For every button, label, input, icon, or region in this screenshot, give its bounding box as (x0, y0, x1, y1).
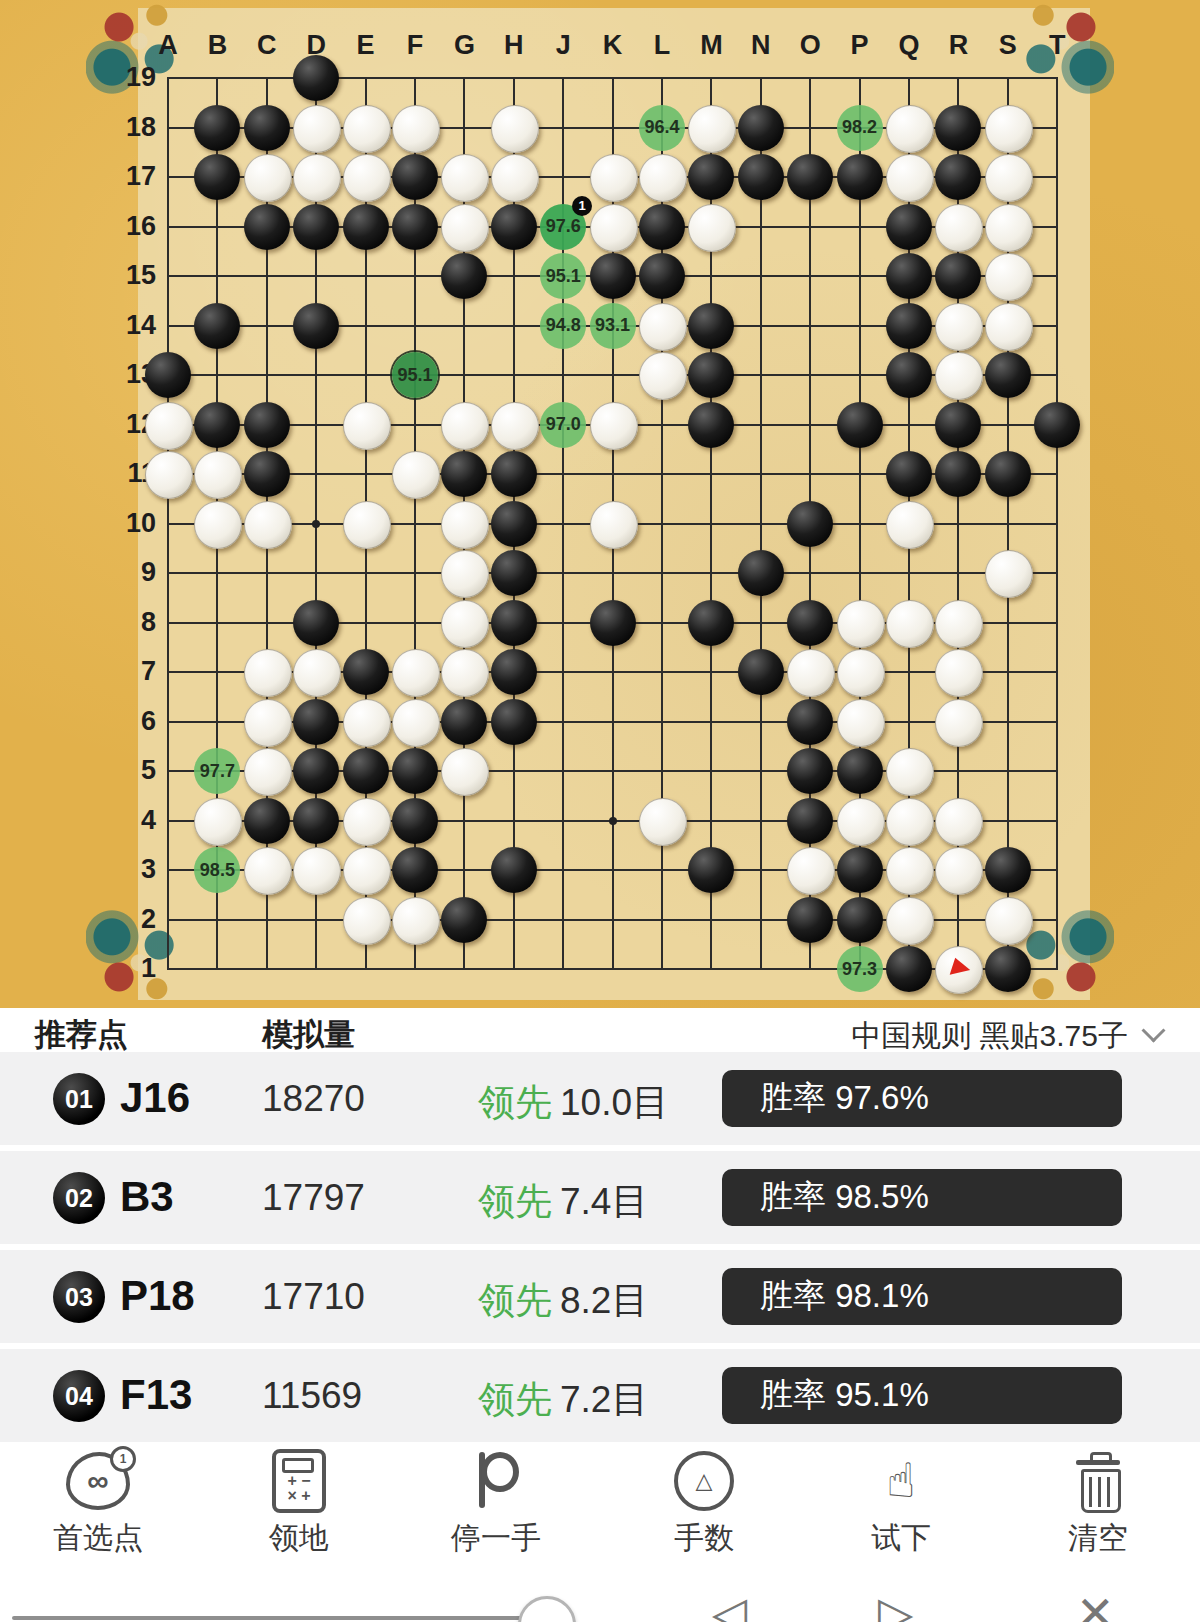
column-label: E (350, 30, 382, 61)
white-stone-C6[interactable] (244, 699, 292, 747)
black-stone-Q16[interactable] (886, 204, 932, 250)
white-stone-D7[interactable] (293, 649, 341, 697)
close-icon[interactable]: ✕ (1076, 1586, 1115, 1622)
white-stone-A12[interactable] (145, 402, 193, 450)
black-stone-F16[interactable] (392, 204, 438, 250)
black-stone-F17[interactable] (392, 154, 438, 200)
white-stone-H12[interactable] (491, 402, 539, 450)
move-label: P18 (120, 1272, 195, 1320)
black-stone-L15[interactable] (639, 253, 685, 299)
black-stone-S3[interactable] (985, 847, 1031, 893)
suggestion-P1[interactable]: 97.3 (837, 946, 883, 992)
white-stone-Q3[interactable] (886, 847, 934, 895)
black-stone-M14[interactable] (688, 303, 734, 349)
column-label: A (152, 30, 184, 61)
white-stone-S18[interactable] (985, 105, 1033, 153)
white-stone-G10[interactable] (441, 501, 489, 549)
toolbar-label: 清空 (1018, 1518, 1178, 1559)
toolbar-label: 首选点 (18, 1518, 178, 1559)
white-stone-S17[interactable] (985, 154, 1033, 202)
row-label: 10 (110, 508, 156, 539)
black-stone-M12[interactable] (688, 402, 734, 448)
black-stone-O8[interactable] (787, 600, 833, 646)
white-stone-R4[interactable] (935, 798, 983, 846)
winrate-bar: 胜率 95.1% (722, 1367, 1122, 1424)
black-stone-P17[interactable] (837, 154, 883, 200)
black-stone-Q1[interactable] (886, 946, 932, 992)
white-stone-E12[interactable] (343, 402, 391, 450)
white-stone-P7[interactable] (837, 649, 885, 697)
row-label: 16 (110, 211, 156, 242)
clear-icon (1076, 1452, 1120, 1510)
black-stone-P2[interactable] (837, 897, 883, 943)
lead-label: 领先 (478, 1375, 552, 1425)
lead-label: 领先 (478, 1276, 552, 1326)
column-label: L (646, 30, 678, 61)
white-stone-K10[interactable] (590, 501, 638, 549)
move-label: J16 (120, 1074, 190, 1122)
white-stone-P4[interactable] (837, 798, 885, 846)
white-stone-E4[interactable] (343, 798, 391, 846)
suggestion-F13[interactable]: 95.1 (392, 352, 438, 398)
black-stone-M8[interactable] (688, 600, 734, 646)
white-stone-E6[interactable] (343, 699, 391, 747)
winrate-bar: 胜率 98.5% (722, 1169, 1122, 1226)
black-stone-L16[interactable] (639, 204, 685, 250)
corner-ornament-top-left (86, 0, 204, 112)
suggestion-P18[interactable]: 98.2 (837, 105, 883, 151)
move-label: B3 (120, 1173, 174, 1221)
rules-selector[interactable]: 中国规则 黑贴3.75子 (851, 1016, 1128, 1057)
rank-1-badge: 1 (572, 196, 592, 216)
black-stone-F3[interactable] (392, 847, 438, 893)
winrate-text: 胜率 95.1% (760, 1373, 929, 1418)
column-header-move: 推荐点 (35, 1014, 128, 1056)
white-stone-S16[interactable] (985, 204, 1033, 252)
black-stone-P5[interactable] (837, 748, 883, 794)
winrate-text: 胜率 98.5% (760, 1175, 929, 1220)
move-label: F13 (120, 1371, 192, 1419)
white-stone-O3[interactable] (787, 847, 835, 895)
row-label: 17 (110, 161, 156, 192)
column-label: C (251, 30, 283, 61)
go-board[interactable]: ABCDEFGHJKLMNOPQRST191817161514131211109… (0, 0, 1200, 1008)
white-stone-Q8[interactable] (886, 600, 934, 648)
black-stone-P3[interactable] (837, 847, 883, 893)
white-stone-P8[interactable] (837, 600, 885, 648)
black-stone-H16[interactable] (491, 204, 537, 250)
chevron-down-icon[interactable] (1141, 1018, 1165, 1042)
white-stone-S9[interactable] (985, 550, 1033, 598)
star-point (312, 520, 320, 528)
black-stone-O17[interactable] (787, 154, 833, 200)
black-stone-G6[interactable] (441, 699, 487, 745)
white-stone-G16[interactable] (441, 204, 489, 252)
white-stone-R16[interactable] (935, 204, 983, 252)
black-stone-D6[interactable] (293, 699, 339, 745)
white-stone-R14[interactable] (935, 303, 983, 351)
black-stone-C16[interactable] (244, 204, 290, 250)
black-stone-Q11[interactable] (886, 451, 932, 497)
white-stone-Q18[interactable] (886, 105, 934, 153)
column-label: F (399, 30, 431, 61)
toolbar-label: 停一手 (416, 1518, 576, 1559)
suggestion-K14[interactable]: 93.1 (590, 303, 636, 349)
black-stone-O4[interactable] (787, 798, 833, 844)
black-stone-E7[interactable] (343, 649, 389, 695)
row-label: 15 (110, 260, 156, 291)
white-stone-R8[interactable] (935, 600, 983, 648)
white-stone-B10[interactable] (194, 501, 242, 549)
rank-badge: 03 (53, 1271, 105, 1323)
column-label: P (844, 30, 876, 61)
white-stone-F2[interactable] (392, 897, 440, 945)
suggestion-J16[interactable]: 97.61 (540, 204, 586, 250)
black-stone-D16[interactable] (293, 204, 339, 250)
black-stone-C12[interactable] (244, 402, 290, 448)
row-label: 6 (110, 706, 156, 737)
row-label: 8 (110, 607, 156, 638)
move-number-icon: △ (674, 1451, 734, 1511)
white-stone-L17[interactable] (639, 154, 687, 202)
column-label: Q (893, 30, 925, 61)
black-stone-P12[interactable] (837, 402, 883, 448)
lead-value: 7.2目 (560, 1375, 648, 1425)
black-stone-R12[interactable] (935, 402, 981, 448)
white-stone-E18[interactable] (343, 105, 391, 153)
white-stone-H17[interactable] (491, 154, 539, 202)
progress-knob[interactable] (518, 1596, 576, 1622)
suggestion-J14[interactable]: 94.8 (540, 303, 586, 349)
white-stone-S14[interactable] (985, 303, 1033, 351)
toolbar-label: 试下 (821, 1518, 981, 1559)
row-label: 19 (110, 62, 156, 93)
toolbar-label: 领地 (219, 1518, 379, 1559)
white-stone-H18[interactable] (491, 105, 539, 153)
territory-calculator-icon: + −× + (272, 1449, 326, 1513)
winrate-bar: 胜率 98.1% (722, 1268, 1122, 1325)
white-stone-E17[interactable] (343, 154, 391, 202)
white-stone-K17[interactable] (590, 154, 638, 202)
black-stone-K15[interactable] (590, 253, 636, 299)
black-stone-F4[interactable] (392, 798, 438, 844)
grid-line (760, 77, 762, 970)
white-stone-A11[interactable] (145, 451, 193, 499)
rank-badge: 02 (53, 1172, 105, 1224)
lead-value: 10.0目 (560, 1078, 669, 1128)
rank-badge: 01 (53, 1073, 105, 1125)
black-stone-N18[interactable] (738, 105, 784, 151)
last-move-marker (950, 958, 973, 981)
black-stone-O5[interactable] (787, 748, 833, 794)
black-stone-H10[interactable] (491, 501, 537, 547)
white-stone-S2[interactable] (985, 897, 1033, 945)
black-stone-C11[interactable] (244, 451, 290, 497)
pass-button[interactable]: 停一手 (416, 1444, 576, 1572)
white-stone-Q2[interactable] (886, 897, 934, 945)
grid-line (1056, 77, 1058, 970)
step-forward-icon[interactable]: ▷ (878, 1586, 913, 1622)
lead-value: 8.2目 (560, 1276, 648, 1326)
white-stone-M18[interactable] (688, 105, 736, 153)
row-label: 3 (110, 854, 156, 885)
lead-label: 领先 (478, 1177, 552, 1227)
column-label: T (1041, 30, 1073, 61)
white-stone-R6[interactable] (935, 699, 983, 747)
white-stone-Q17[interactable] (886, 154, 934, 202)
white-stone-C17[interactable] (244, 154, 292, 202)
recommendation-row-2[interactable]: 02 B3 17797 领先 7.4目 胜率 98.5% (0, 1151, 1200, 1244)
preferred-points-icon: ∞1 (66, 1452, 130, 1510)
black-stone-D19[interactable] (293, 55, 339, 101)
white-stone-D3[interactable] (293, 847, 341, 895)
black-stone-D8[interactable] (293, 600, 339, 646)
column-label: H (498, 30, 530, 61)
black-stone-O6[interactable] (787, 699, 833, 745)
column-label: K (597, 30, 629, 61)
winrate-text: 胜率 98.1% (760, 1274, 929, 1319)
white-stone-C3[interactable] (244, 847, 292, 895)
column-label: M (695, 30, 727, 61)
black-stone-C18[interactable] (244, 105, 290, 151)
lead-label: 领先 (478, 1078, 552, 1128)
black-stone-H8[interactable] (491, 600, 537, 646)
white-stone-E3[interactable] (343, 847, 391, 895)
white-stone-L4[interactable] (639, 798, 687, 846)
white-stone-D18[interactable] (293, 105, 341, 153)
black-stone-K8[interactable] (590, 600, 636, 646)
row-label: 5 (110, 755, 156, 786)
white-stone-F18[interactable] (392, 105, 440, 153)
visits-value: 17797 (262, 1177, 365, 1219)
white-stone-K16[interactable] (590, 204, 638, 252)
black-stone-E16[interactable] (343, 204, 389, 250)
progress-track[interactable] (12, 1616, 532, 1620)
column-label: J (547, 30, 579, 61)
black-stone-H3[interactable] (491, 847, 537, 893)
recommendation-header: 推荐点 模拟量 中国规则 黑贴3.75子 (0, 1008, 1200, 1052)
column-header-visits: 模拟量 (262, 1014, 355, 1056)
row-label: 2 (110, 904, 156, 935)
row-label: 7 (110, 656, 156, 687)
black-stone-D4[interactable] (293, 798, 339, 844)
black-stone-B12[interactable] (194, 402, 240, 448)
territory-button[interactable]: + −× + 领地 (219, 1444, 379, 1572)
visits-value: 11569 (262, 1375, 362, 1417)
white-stone-B4[interactable] (194, 798, 242, 846)
white-stone-O7[interactable] (787, 649, 835, 697)
visits-value: 17710 (262, 1276, 365, 1318)
white-stone-K12[interactable] (590, 402, 638, 450)
step-back-icon[interactable]: ◁ (712, 1586, 747, 1622)
black-stone-H9[interactable] (491, 550, 537, 596)
black-stone-R18[interactable] (935, 105, 981, 151)
black-stone-B14[interactable] (194, 303, 240, 349)
white-stone-C10[interactable] (244, 501, 292, 549)
winrate-bar: 胜率 97.6% (722, 1070, 1122, 1127)
black-stone-Q14[interactable] (886, 303, 932, 349)
white-stone-Q10[interactable] (886, 501, 934, 549)
white-stone-L13[interactable] (639, 352, 687, 400)
try-move-button[interactable]: ☝ 试下 (821, 1444, 981, 1572)
black-stone-Q15[interactable] (886, 253, 932, 299)
white-stone-G12[interactable] (441, 402, 489, 450)
white-stone-Q4[interactable] (886, 798, 934, 846)
black-stone-B18[interactable] (194, 105, 240, 151)
pass-icon (474, 1450, 518, 1512)
black-stone-F5[interactable] (392, 748, 438, 794)
row-label: 14 (110, 310, 156, 341)
black-stone-T12[interactable] (1034, 402, 1080, 448)
white-stone-C5[interactable] (244, 748, 292, 796)
black-stone-O2[interactable] (787, 897, 833, 943)
white-stone-D17[interactable] (293, 154, 341, 202)
black-stone-A13[interactable] (145, 352, 191, 398)
row-label: 4 (110, 805, 156, 836)
column-label: N (745, 30, 777, 61)
black-stone-H11[interactable] (491, 451, 537, 497)
black-stone-S13[interactable] (985, 352, 1031, 398)
move-number-button[interactable]: △ 手数 (624, 1444, 784, 1572)
recommendation-row-1[interactable]: 01 J16 18270 领先 10.0目 胜率 97.6% (0, 1052, 1200, 1145)
white-stone-S15[interactable] (985, 253, 1033, 301)
recommendation-row-3[interactable]: 03 P18 17710 领先 8.2目 胜率 98.1% (0, 1250, 1200, 1343)
white-stone-F11[interactable] (392, 451, 440, 499)
preferred-points-button[interactable]: ∞1 首选点 (18, 1444, 178, 1572)
black-stone-Q13[interactable] (886, 352, 932, 398)
rank-badge: 04 (53, 1370, 105, 1422)
toolbar-label: 手数 (624, 1518, 784, 1559)
recommendation-row-4[interactable]: 04 F13 11569 领先 7.2目 胜率 95.1% (0, 1349, 1200, 1442)
row-label: 9 (110, 557, 156, 588)
column-label: R (942, 30, 974, 61)
clear-button[interactable]: 清空 (1018, 1444, 1178, 1572)
winrate-text: 胜率 97.6% (760, 1076, 929, 1121)
white-stone-Q5[interactable] (886, 748, 934, 796)
suggestion-J15[interactable]: 95.1 (540, 253, 586, 299)
suggestion-J12[interactable]: 97.0 (540, 402, 586, 448)
grid-line (167, 77, 169, 970)
white-stone-P6[interactable] (837, 699, 885, 747)
column-label: O (794, 30, 826, 61)
black-stone-N7[interactable] (738, 649, 784, 695)
black-stone-H7[interactable] (491, 649, 537, 695)
white-stone-E2[interactable] (343, 897, 391, 945)
lead-value: 7.4目 (560, 1177, 648, 1227)
black-stone-G2[interactable] (441, 897, 487, 943)
column-label: G (448, 30, 480, 61)
row-label: 1 (110, 953, 156, 984)
black-stone-H6[interactable] (491, 699, 537, 745)
white-stone-F7[interactable] (392, 649, 440, 697)
white-stone-C7[interactable] (244, 649, 292, 697)
column-label: B (201, 30, 233, 61)
black-stone-D14[interactable] (293, 303, 339, 349)
black-stone-C4[interactable] (244, 798, 290, 844)
white-stone-G8[interactable] (441, 600, 489, 648)
black-stone-O10[interactable] (787, 501, 833, 547)
black-stone-N17[interactable] (738, 154, 784, 200)
white-stone-F6[interactable] (392, 699, 440, 747)
black-stone-E5[interactable] (343, 748, 389, 794)
black-stone-N9[interactable] (738, 550, 784, 596)
toolbar: ∞1 首选点 + −× + 领地 停一手 △ 手数 ☝ 试下 清空 (0, 1444, 1200, 1572)
try-move-icon: ☝ (886, 1457, 915, 1505)
black-stone-D5[interactable] (293, 748, 339, 794)
white-stone-M16[interactable] (688, 204, 736, 252)
bottom-bar: ◁ ▷ ✕ (0, 1572, 1200, 1622)
row-label: 18 (110, 112, 156, 143)
white-stone-E10[interactable] (343, 501, 391, 549)
column-label: S (992, 30, 1024, 61)
black-stone-S11[interactable] (985, 451, 1031, 497)
black-stone-S1[interactable] (985, 946, 1031, 992)
star-point (609, 817, 617, 825)
visits-value: 18270 (262, 1078, 365, 1120)
suggestion-L18[interactable]: 96.4 (639, 105, 685, 151)
white-stone-L14[interactable] (639, 303, 687, 351)
